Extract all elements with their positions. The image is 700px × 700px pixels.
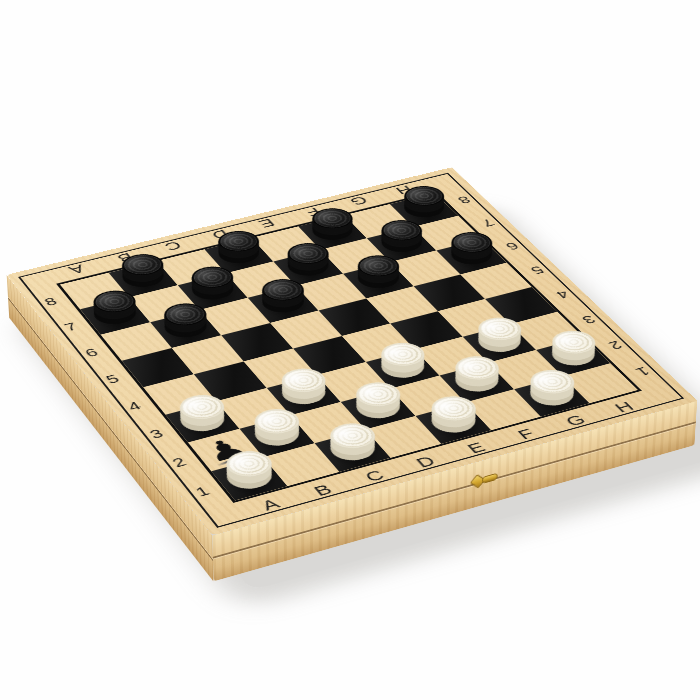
black-checker-e7[interactable] (281, 254, 335, 282)
white-checker-d2[interactable] (349, 393, 407, 425)
latch-hook (482, 472, 498, 483)
white-checker-a3[interactable] (174, 406, 232, 438)
product-photo-scene: AABBCCDDEEFFGGHH1122334455667788♟ (0, 0, 700, 700)
black-checker-d6[interactable] (256, 290, 311, 319)
black-checker-d8[interactable] (212, 242, 266, 270)
white-checker-e1[interactable] (424, 407, 483, 439)
black-checker-c7[interactable] (186, 277, 240, 306)
black-checker-h8[interactable] (397, 197, 450, 223)
white-checker-c3[interactable] (275, 379, 332, 410)
checkers-board-3d: AABBCCDDEEFFGGHH1122334455667788♟ (7, 167, 698, 535)
black-checker-b6[interactable] (158, 314, 213, 344)
white-checker-b2[interactable] (248, 420, 306, 453)
black-checker-a7[interactable] (88, 301, 143, 330)
black-checker-f8[interactable] (306, 219, 359, 246)
white-checker-e3[interactable] (374, 354, 431, 385)
black-checker-f6[interactable] (351, 266, 406, 294)
white-checker-c1[interactable] (323, 434, 382, 467)
black-checker-h6[interactable] (444, 243, 499, 271)
brass-latch-icon (471, 467, 501, 491)
white-checker-a1[interactable] (220, 462, 279, 496)
black-checker-g7[interactable] (375, 231, 429, 258)
black-checker-b8[interactable] (116, 265, 170, 293)
